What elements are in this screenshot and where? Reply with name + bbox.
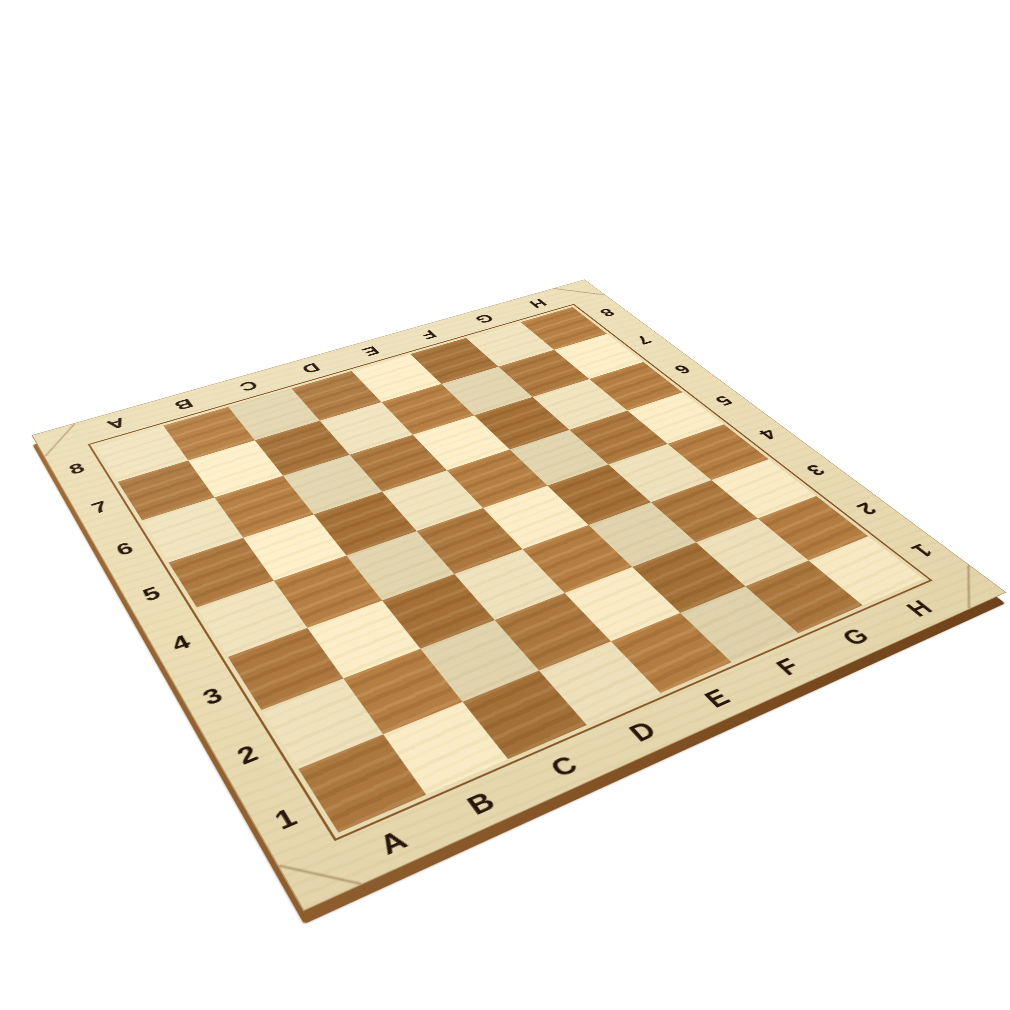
- file-label: F: [737, 636, 840, 698]
- rank-label: 2: [204, 715, 293, 797]
- border-mitre-joint: [554, 280, 605, 304]
- square-a1: [298, 734, 425, 833]
- square-a4: [197, 581, 307, 657]
- square-b1: [382, 701, 508, 794]
- square-a2: [261, 679, 382, 769]
- rank-label: 3: [172, 660, 256, 735]
- file-label: C: [509, 730, 621, 803]
- rank-label: 1: [876, 522, 969, 580]
- rank-label: 2: [823, 482, 911, 536]
- square-d4: [416, 508, 522, 574]
- square-d1: [538, 641, 660, 725]
- file-label: D: [589, 697, 698, 766]
- square-g1: [745, 560, 862, 633]
- file-label: E: [665, 666, 771, 732]
- rank-label: 6: [90, 521, 162, 579]
- square-a3: [228, 628, 343, 710]
- square-b4: [273, 555, 382, 627]
- square-c4: [346, 531, 453, 600]
- square-g2: [696, 519, 808, 586]
- square-h1: [808, 536, 924, 606]
- square-f3: [588, 502, 696, 567]
- square-a5: [168, 538, 273, 608]
- rank-label: 5: [115, 563, 191, 626]
- square-c3: [382, 574, 494, 649]
- file-labels-near: ABCDEFGH: [335, 581, 969, 884]
- square-c2: [420, 620, 538, 701]
- square-d2: [494, 593, 610, 670]
- square-e1: [611, 613, 732, 693]
- square-b3: [307, 600, 421, 678]
- square-f2: [632, 542, 745, 612]
- square-c1: [462, 670, 586, 759]
- square-b2: [343, 649, 462, 734]
- square-e3: [522, 525, 632, 593]
- playing-field: [95, 307, 923, 833]
- border-mitre-joint: [33, 424, 88, 457]
- rank-label: 1: [240, 775, 335, 866]
- square-e2: [565, 567, 680, 641]
- file-label: G: [805, 608, 906, 667]
- product-photo-canvas: ABCDEFGH ABCDEFGH 87654321 87654321: [0, 0, 1010, 1010]
- rank-label: 4: [142, 610, 222, 679]
- file-label: H: [870, 581, 969, 638]
- square-d3: [454, 549, 565, 620]
- square-b5: [243, 514, 347, 581]
- chess-board: ABCDEFGH ABCDEFGH 87654321 87654321: [32, 279, 1007, 911]
- square-f1: [679, 586, 798, 662]
